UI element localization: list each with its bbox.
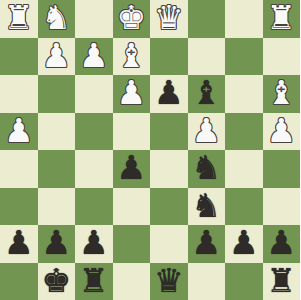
square-d3[interactable]: ♟ — [150, 75, 188, 113]
square-c6[interactable]: ♞ — [188, 188, 226, 226]
square-d7[interactable] — [150, 225, 188, 263]
square-d1[interactable]: ♛ — [150, 0, 188, 38]
square-c4[interactable]: ♟ — [188, 113, 226, 151]
square-f5[interactable] — [75, 150, 113, 188]
white-bishop[interactable]: ♝ — [266, 76, 296, 109]
black-queen[interactable]: ♛ — [154, 264, 184, 297]
square-b8[interactable] — [225, 263, 263, 300]
square-a4[interactable]: ♟ — [263, 113, 301, 151]
white-bishop[interactable]: ♝ — [116, 39, 146, 72]
black-pawn[interactable]: ♟ — [191, 226, 221, 259]
black-pawn[interactable]: ♟ — [154, 76, 184, 109]
white-pawn[interactable]: ♟ — [41, 39, 71, 72]
black-pawn[interactable]: ♟ — [4, 226, 34, 259]
square-a6[interactable] — [263, 188, 301, 226]
square-b1[interactable] — [225, 0, 263, 38]
square-c8[interactable] — [188, 263, 226, 300]
black-knight[interactable]: ♞ — [191, 189, 221, 222]
square-g7[interactable]: ♟ — [38, 225, 76, 263]
white-rook[interactable]: ♜ — [4, 1, 34, 34]
square-b2[interactable] — [225, 38, 263, 76]
square-d8[interactable]: ♛ — [150, 263, 188, 300]
square-a1[interactable]: ♜ — [263, 0, 301, 38]
black-bishop[interactable]: ♝ — [191, 76, 221, 109]
white-king[interactable]: ♚ — [116, 1, 146, 34]
black-pawn[interactable]: ♟ — [229, 226, 259, 259]
square-d2[interactable] — [150, 38, 188, 76]
black-rook[interactable]: ♜ — [266, 264, 296, 297]
white-rook[interactable]: ♜ — [266, 1, 296, 34]
black-pawn[interactable]: ♟ — [116, 151, 146, 184]
square-f2[interactable]: ♟ — [75, 38, 113, 76]
square-e8[interactable] — [113, 263, 151, 300]
white-pawn[interactable]: ♟ — [266, 114, 296, 147]
square-b4[interactable] — [225, 113, 263, 151]
black-king[interactable]: ♚ — [41, 264, 71, 297]
square-g8[interactable]: ♚ — [38, 263, 76, 300]
square-d5[interactable] — [150, 150, 188, 188]
square-b6[interactable] — [225, 188, 263, 226]
square-c5[interactable]: ♞ — [188, 150, 226, 188]
square-g3[interactable] — [38, 75, 76, 113]
square-e1[interactable]: ♚ — [113, 0, 151, 38]
black-pawn[interactable]: ♟ — [266, 226, 296, 259]
square-e7[interactable] — [113, 225, 151, 263]
square-g6[interactable] — [38, 188, 76, 226]
white-pawn[interactable]: ♟ — [79, 39, 109, 72]
square-h2[interactable] — [0, 38, 38, 76]
square-f6[interactable] — [75, 188, 113, 226]
black-pawn[interactable]: ♟ — [41, 226, 71, 259]
square-f7[interactable]: ♟ — [75, 225, 113, 263]
square-f4[interactable] — [75, 113, 113, 151]
square-f3[interactable] — [75, 75, 113, 113]
white-pawn[interactable]: ♟ — [4, 114, 34, 147]
square-e5[interactable]: ♟ — [113, 150, 151, 188]
square-c2[interactable] — [188, 38, 226, 76]
square-a5[interactable] — [263, 150, 301, 188]
white-pawn[interactable]: ♟ — [116, 76, 146, 109]
square-e6[interactable] — [113, 188, 151, 226]
square-g5[interactable] — [38, 150, 76, 188]
square-c7[interactable]: ♟ — [188, 225, 226, 263]
square-g4[interactable] — [38, 113, 76, 151]
square-h8[interactable] — [0, 263, 38, 300]
square-h3[interactable] — [0, 75, 38, 113]
square-d6[interactable] — [150, 188, 188, 226]
white-knight[interactable]: ♞ — [41, 1, 71, 34]
square-g1[interactable]: ♞ — [38, 0, 76, 38]
square-a8[interactable]: ♜ — [263, 263, 301, 300]
black-knight[interactable]: ♞ — [191, 151, 221, 184]
square-a2[interactable] — [263, 38, 301, 76]
square-h5[interactable] — [0, 150, 38, 188]
square-c3[interactable]: ♝ — [188, 75, 226, 113]
square-h6[interactable] — [0, 188, 38, 226]
square-h7[interactable]: ♟ — [0, 225, 38, 263]
white-pawn[interactable]: ♟ — [191, 114, 221, 147]
white-queen[interactable]: ♛ — [154, 1, 184, 34]
chess-board: ♜♞♚♛♜♟♟♝♟♟♝♝♟♟♟♟♞♞♟♟♟♟♟♟♚♜♛♜ — [0, 0, 300, 300]
square-b5[interactable] — [225, 150, 263, 188]
square-e4[interactable] — [113, 113, 151, 151]
square-a3[interactable]: ♝ — [263, 75, 301, 113]
square-a7[interactable]: ♟ — [263, 225, 301, 263]
square-c1[interactable] — [188, 0, 226, 38]
square-e3[interactable]: ♟ — [113, 75, 151, 113]
black-pawn[interactable]: ♟ — [79, 226, 109, 259]
square-f8[interactable]: ♜ — [75, 263, 113, 300]
square-e2[interactable]: ♝ — [113, 38, 151, 76]
square-h4[interactable]: ♟ — [0, 113, 38, 151]
square-h1[interactable]: ♜ — [0, 0, 38, 38]
square-f1[interactable] — [75, 0, 113, 38]
square-g2[interactable]: ♟ — [38, 38, 76, 76]
square-b7[interactable]: ♟ — [225, 225, 263, 263]
square-b3[interactable] — [225, 75, 263, 113]
black-rook[interactable]: ♜ — [79, 264, 109, 297]
square-d4[interactable] — [150, 113, 188, 151]
